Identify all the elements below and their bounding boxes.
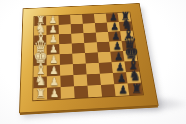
piece-white-pawn-c2: ♟ [48, 34, 57, 44]
piece-black-pawn-g7: ♟ [116, 73, 125, 84]
square-h4 [74, 86, 88, 98]
piece-black-knight-g8: ♞ [128, 69, 140, 83]
square-d6 [97, 42, 111, 53]
square-g3 [60, 75, 74, 87]
square-e1: ♚ [34, 55, 47, 66]
square-g5 [87, 74, 101, 86]
square-e7: ♟ [110, 51, 124, 62]
piece-black-pawn-d7: ♟ [112, 41, 121, 51]
square-g7: ♟ [113, 72, 128, 84]
square-h2: ♟ [47, 87, 61, 100]
piece-white-rook-h1: ♜ [35, 87, 46, 100]
square-h8: ♜ [128, 83, 143, 95]
chess-board: ♜♟♟♜♞♟♟♞♝♟♟♝♛♟♟♛♚♟♟♚♝♟♟♝♞♟♟♞♜♟♟♜ [20, 4, 158, 113]
piece-black-pawn-f7: ♟ [115, 62, 124, 73]
wooden-frame: ♜♟♟♜♞♟♟♞♝♟♟♝♛♟♟♛♚♟♟♚♝♟♟♝♞♟♟♞♜♟♟♜ [20, 4, 158, 113]
square-b6 [95, 23, 108, 33]
piece-black-pawn-e7: ♟ [114, 51, 123, 62]
square-f2: ♟ [47, 65, 60, 77]
square-d1: ♛ [34, 45, 47, 56]
square-h6 [101, 84, 116, 96]
piece-white-pawn-f2: ♟ [49, 65, 58, 76]
square-b2: ♟ [46, 25, 58, 35]
square-g6 [100, 73, 114, 85]
square-c1: ♝ [34, 35, 47, 45]
square-d8: ♛ [122, 40, 136, 51]
square-e4 [72, 53, 86, 64]
square-d4 [72, 43, 85, 54]
square-c6 [96, 32, 109, 42]
square-e3 [59, 54, 72, 65]
piece-black-rook-a8: ♜ [120, 10, 129, 21]
piece-white-pawn-d2: ♟ [49, 44, 58, 54]
square-e5 [85, 52, 99, 63]
square-h1: ♜ [33, 88, 47, 101]
piece-white-pawn-b2: ♟ [48, 24, 57, 34]
square-c3 [59, 34, 72, 44]
square-f5 [86, 63, 100, 75]
piece-white-pawn-g2: ♟ [49, 76, 58, 87]
piece-black-pawn-h7: ♟ [118, 84, 128, 95]
piece-black-king-e8: ♚ [124, 44, 139, 61]
photo-scene: ♜♟♟♜♞♟♟♞♝♟♟♝♛♟♟♛♚♟♟♚♝♟♟♝♞♟♟♞♜♟♟♜ [0, 0, 186, 124]
piece-white-bishop-f1: ♝ [34, 62, 47, 77]
square-f3 [60, 64, 74, 76]
square-d7: ♟ [109, 41, 123, 52]
square-g8: ♞ [126, 72, 141, 84]
piece-white-rook-a1: ♜ [35, 14, 45, 25]
square-e2: ♟ [47, 54, 60, 65]
square-f4 [73, 63, 87, 75]
square-b3 [59, 24, 72, 34]
piece-black-pawn-c7: ♟ [111, 31, 120, 41]
square-d3 [59, 43, 72, 54]
square-f8: ♝ [125, 61, 140, 72]
square-d2: ♟ [47, 44, 60, 55]
square-f6 [99, 62, 113, 73]
square-e6 [98, 52, 112, 63]
square-c2: ♟ [47, 34, 60, 44]
square-e8: ♚ [123, 50, 137, 61]
piece-white-pawn-a2: ♟ [48, 15, 56, 25]
piece-white-king-e1: ♚ [33, 48, 48, 66]
piece-black-pawn-b7: ♟ [110, 22, 119, 32]
piece-black-rook-h8: ♜ [131, 82, 142, 95]
square-h5 [87, 85, 102, 97]
square-f7: ♟ [112, 62, 126, 73]
square-d5 [84, 42, 97, 53]
square-h3 [61, 86, 75, 98]
piece-black-pawn-a7: ♟ [109, 12, 117, 22]
board-grid: ♜♟♟♜♞♟♟♞♝♟♟♝♛♟♟♛♚♟♟♚♝♟♟♝♞♟♟♞♜♟♟♜ [33, 12, 143, 100]
square-g2: ♟ [47, 76, 61, 88]
square-b1: ♞ [34, 25, 46, 35]
square-g1: ♞ [33, 76, 47, 88]
piece-white-pawn-e2: ♟ [49, 55, 58, 66]
square-f1: ♝ [34, 65, 47, 77]
square-c4 [71, 33, 84, 43]
piece-white-knight-g1: ♞ [34, 74, 46, 88]
piece-white-pawn-h2: ♟ [49, 88, 59, 99]
square-g4 [73, 74, 87, 86]
